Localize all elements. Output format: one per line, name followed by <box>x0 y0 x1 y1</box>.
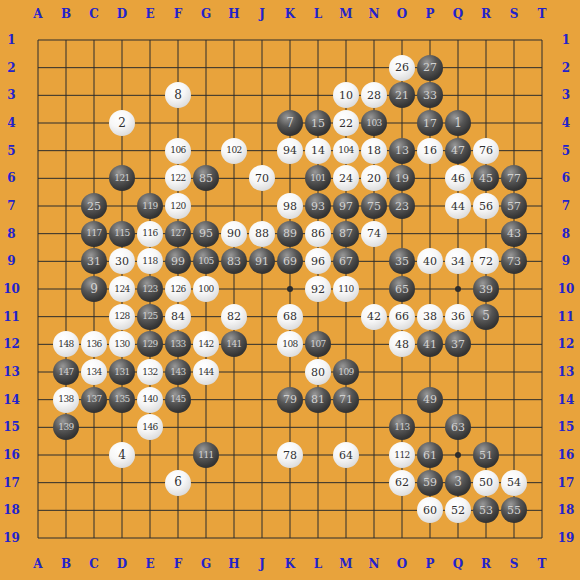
stone-black-G16[interactable]: 111 <box>193 442 219 468</box>
stone-white-R5[interactable]: 76 <box>473 138 499 164</box>
row-label-right-16: 16 <box>555 447 577 463</box>
stone-black-L7[interactable]: 93 <box>305 193 331 219</box>
stone-black-S7[interactable]: 57 <box>501 193 527 219</box>
stone-white-K5[interactable]: 94 <box>277 138 303 164</box>
stone-black-N4[interactable]: 103 <box>361 110 387 136</box>
row-label-right-13: 13 <box>555 364 577 380</box>
move-number: 41 <box>423 339 437 350</box>
move-number: 145 <box>170 394 186 405</box>
move-number: 48 <box>395 339 409 350</box>
stone-black-M8[interactable]: 87 <box>333 221 359 247</box>
move-number: 104 <box>338 145 354 156</box>
stone-black-L4[interactable]: 15 <box>305 110 331 136</box>
column-label-bottom-A: A <box>28 556 48 572</box>
move-number: 34 <box>451 256 465 267</box>
move-number: 66 <box>395 311 409 322</box>
move-number: 26 <box>395 62 409 73</box>
row-label-left-4: 4 <box>1 115 22 131</box>
move-number: 7 <box>286 118 294 129</box>
column-label-bottom-B: B <box>56 556 76 572</box>
stone-black-O7[interactable]: 23 <box>389 193 415 219</box>
stone-black-F8[interactable]: 127 <box>165 221 191 247</box>
move-number: 22 <box>339 118 353 129</box>
row-label-left-13: 13 <box>1 364 22 380</box>
move-number: 3 <box>454 477 462 488</box>
row-label-left-12: 12 <box>1 336 22 352</box>
column-label-top-L: L <box>308 6 328 22</box>
move-number: 27 <box>423 62 437 73</box>
row-label-right-6: 6 <box>555 170 577 186</box>
row-label-right-3: 3 <box>555 87 577 103</box>
stone-black-C10[interactable]: 9 <box>81 276 107 302</box>
move-number: 62 <box>395 477 409 488</box>
row-label-left-19: 19 <box>1 530 22 546</box>
move-number: 82 <box>227 311 241 322</box>
stone-white-M16[interactable]: 64 <box>333 442 359 468</box>
move-number: 134 <box>86 367 102 378</box>
column-label-bottom-T: T <box>532 556 552 572</box>
move-number: 70 <box>255 173 269 184</box>
move-number: 147 <box>58 367 74 378</box>
column-label-top-D: D <box>112 6 132 22</box>
column-label-bottom-N: N <box>364 556 384 572</box>
move-number: 136 <box>86 339 102 350</box>
row-label-left-3: 3 <box>1 87 22 103</box>
stone-white-D10[interactable]: 124 <box>109 276 135 302</box>
move-number: 142 <box>198 339 214 350</box>
stone-black-E7[interactable]: 119 <box>137 193 163 219</box>
column-label-bottom-C: C <box>84 556 104 572</box>
move-number: 68 <box>283 311 297 322</box>
stone-white-Q11[interactable]: 36 <box>445 304 471 330</box>
stone-white-J8[interactable]: 88 <box>249 221 275 247</box>
move-number: 79 <box>283 394 297 405</box>
column-label-bottom-F: F <box>168 556 188 572</box>
move-number: 111 <box>198 450 214 461</box>
column-label-bottom-S: S <box>504 556 524 572</box>
column-label-top-E: E <box>140 6 160 22</box>
row-label-right-7: 7 <box>555 198 577 214</box>
row-label-left-2: 2 <box>1 60 22 76</box>
move-number: 64 <box>339 450 353 461</box>
move-number: 78 <box>283 450 297 461</box>
column-label-top-N: N <box>364 6 384 22</box>
move-number: 144 <box>198 367 214 378</box>
move-number: 10 <box>339 90 353 101</box>
row-label-right-5: 5 <box>555 143 577 159</box>
row-label-left-16: 16 <box>1 447 22 463</box>
row-label-left-14: 14 <box>1 392 22 408</box>
stone-white-G13[interactable]: 144 <box>193 359 219 385</box>
column-label-bottom-P: P <box>420 556 440 572</box>
move-number: 80 <box>311 367 325 378</box>
move-number: 42 <box>367 311 381 322</box>
move-number: 85 <box>199 173 213 184</box>
row-label-left-9: 9 <box>1 253 22 269</box>
move-number: 61 <box>423 450 437 461</box>
move-number: 24 <box>339 173 353 184</box>
move-number: 17 <box>423 118 437 129</box>
column-label-bottom-D: D <box>112 556 132 572</box>
move-number: 5 <box>482 311 490 322</box>
move-number: 130 <box>114 339 130 350</box>
column-label-bottom-E: E <box>140 556 160 572</box>
stone-white-F11[interactable]: 84 <box>165 304 191 330</box>
move-number: 21 <box>395 90 409 101</box>
row-label-left-5: 5 <box>1 143 22 159</box>
move-number: 118 <box>142 256 158 267</box>
stone-white-K7[interactable]: 98 <box>277 193 303 219</box>
stone-black-D14[interactable]: 135 <box>109 387 135 413</box>
stone-white-G10[interactable]: 100 <box>193 276 219 302</box>
move-number: 109 <box>338 367 354 378</box>
stone-white-P5[interactable]: 16 <box>417 138 443 164</box>
move-number: 106 <box>170 145 186 156</box>
row-label-left-18: 18 <box>1 502 22 518</box>
move-number: 63 <box>451 422 465 433</box>
column-label-top-B: B <box>56 6 76 22</box>
stone-black-Q17[interactable]: 3 <box>445 470 471 496</box>
move-number: 132 <box>142 367 158 378</box>
column-label-bottom-O: O <box>392 556 412 572</box>
move-number: 55 <box>507 505 521 516</box>
move-number: 86 <box>311 228 325 239</box>
move-number: 105 <box>198 256 214 267</box>
stone-black-D13[interactable]: 131 <box>109 359 135 385</box>
stone-black-L14[interactable]: 81 <box>305 387 331 413</box>
move-number: 1 <box>454 118 462 129</box>
stone-black-P2[interactable]: 27 <box>417 55 443 81</box>
move-number: 47 <box>451 145 465 156</box>
move-number: 97 <box>339 201 353 212</box>
stone-black-O5[interactable]: 13 <box>389 138 415 164</box>
stone-white-P11[interactable]: 38 <box>417 304 443 330</box>
column-label-top-R: R <box>476 6 496 22</box>
star-point <box>455 286 461 292</box>
row-label-right-11: 11 <box>555 309 577 325</box>
column-label-bottom-M: M <box>336 556 356 572</box>
move-number: 129 <box>142 339 158 350</box>
move-number: 28 <box>367 90 381 101</box>
row-label-left-10: 10 <box>1 281 22 297</box>
move-number: 46 <box>451 173 465 184</box>
column-label-top-A: A <box>28 6 48 22</box>
move-number: 53 <box>479 505 493 516</box>
stone-white-L5[interactable]: 14 <box>305 138 331 164</box>
stone-black-K14[interactable]: 79 <box>277 387 303 413</box>
move-number: 128 <box>114 311 130 322</box>
move-number: 94 <box>283 145 297 156</box>
row-label-left-7: 7 <box>1 198 22 214</box>
move-number: 92 <box>311 284 325 295</box>
column-label-bottom-R: R <box>476 556 496 572</box>
stone-black-D8[interactable]: 115 <box>109 221 135 247</box>
move-number: 59 <box>423 477 437 488</box>
move-number: 116 <box>142 228 158 239</box>
move-number: 18 <box>367 145 381 156</box>
stone-white-K11[interactable]: 68 <box>277 304 303 330</box>
move-number: 88 <box>255 228 269 239</box>
column-label-top-O: O <box>392 6 412 22</box>
move-number: 102 <box>226 145 242 156</box>
move-number: 60 <box>423 505 437 516</box>
stone-black-R16[interactable]: 51 <box>473 442 499 468</box>
row-label-right-2: 2 <box>555 60 577 76</box>
row-label-right-15: 15 <box>555 419 577 435</box>
stone-white-H11[interactable]: 82 <box>221 304 247 330</box>
column-label-top-H: H <box>224 6 244 22</box>
move-number: 25 <box>87 201 101 212</box>
move-number: 101 <box>310 173 326 184</box>
move-number: 135 <box>114 394 130 405</box>
stone-black-F14[interactable]: 145 <box>165 387 191 413</box>
move-number: 115 <box>114 228 130 239</box>
move-number: 98 <box>283 201 297 212</box>
stone-white-N8[interactable]: 74 <box>361 221 387 247</box>
column-label-top-T: T <box>532 6 552 22</box>
row-label-right-1: 1 <box>555 32 577 48</box>
stone-black-P17[interactable]: 59 <box>417 470 443 496</box>
stone-black-C7[interactable]: 25 <box>81 193 107 219</box>
stone-black-M7[interactable]: 97 <box>333 193 359 219</box>
stone-white-M10[interactable]: 110 <box>333 276 359 302</box>
row-label-left-11: 11 <box>1 309 22 325</box>
move-number: 137 <box>86 394 102 405</box>
move-number: 95 <box>199 228 213 239</box>
stone-black-M13[interactable]: 109 <box>333 359 359 385</box>
move-number: 148 <box>58 339 74 350</box>
move-number: 75 <box>367 201 381 212</box>
move-number: 133 <box>170 339 186 350</box>
move-number: 110 <box>338 284 354 295</box>
row-label-right-14: 14 <box>555 392 577 408</box>
move-number: 107 <box>310 339 326 350</box>
move-number: 65 <box>395 284 409 295</box>
stone-black-E10[interactable]: 123 <box>137 276 163 302</box>
column-label-bottom-Q: Q <box>448 556 468 572</box>
move-number: 99 <box>171 256 185 267</box>
move-number: 91 <box>255 256 269 267</box>
move-number: 74 <box>367 228 381 239</box>
row-label-right-10: 10 <box>555 281 577 297</box>
row-label-left-6: 6 <box>1 170 22 186</box>
move-number: 38 <box>423 311 437 322</box>
move-number: 15 <box>311 118 325 129</box>
column-label-bottom-H: H <box>224 556 244 572</box>
move-number: 50 <box>479 477 493 488</box>
move-number: 122 <box>170 173 186 184</box>
move-number: 37 <box>451 339 465 350</box>
move-number: 54 <box>507 477 521 488</box>
stone-black-C14[interactable]: 137 <box>81 387 107 413</box>
stone-black-F13[interactable]: 143 <box>165 359 191 385</box>
move-number: 126 <box>170 284 186 295</box>
stone-white-F10[interactable]: 126 <box>165 276 191 302</box>
move-number: 56 <box>479 201 493 212</box>
star-point <box>287 286 293 292</box>
move-number: 131 <box>114 367 130 378</box>
stone-black-P16[interactable]: 61 <box>417 442 443 468</box>
stone-black-K4[interactable]: 7 <box>277 110 303 136</box>
stone-black-E11[interactable]: 125 <box>137 304 163 330</box>
move-number: 140 <box>142 394 158 405</box>
stone-black-Q4[interactable]: 1 <box>445 110 471 136</box>
move-number: 30 <box>115 256 129 267</box>
move-number: 89 <box>283 228 297 239</box>
stone-black-R10[interactable]: 39 <box>473 276 499 302</box>
move-number: 143 <box>170 367 186 378</box>
stone-black-O10[interactable]: 65 <box>389 276 415 302</box>
move-number: 113 <box>394 422 410 433</box>
row-label-right-9: 9 <box>555 253 577 269</box>
move-number: 69 <box>283 256 297 267</box>
stone-white-O2[interactable]: 26 <box>389 55 415 81</box>
move-number: 93 <box>311 201 325 212</box>
move-number: 71 <box>339 394 353 405</box>
move-number: 20 <box>367 173 381 184</box>
stone-white-B14[interactable]: 138 <box>53 387 79 413</box>
stone-white-F7[interactable]: 120 <box>165 193 191 219</box>
column-label-top-J: J <box>252 6 272 22</box>
move-number: 67 <box>339 256 353 267</box>
stone-white-F17[interactable]: 6 <box>165 470 191 496</box>
row-label-left-8: 8 <box>1 226 22 242</box>
move-number: 44 <box>451 201 465 212</box>
stone-white-E13[interactable]: 132 <box>137 359 163 385</box>
column-label-top-Q: Q <box>448 6 468 22</box>
move-number: 9 <box>90 284 98 295</box>
move-number: 103 <box>366 118 382 129</box>
stone-white-H8[interactable]: 90 <box>221 221 247 247</box>
move-number: 90 <box>227 228 241 239</box>
move-number: 13 <box>395 145 409 156</box>
move-number: 146 <box>142 422 158 433</box>
stone-black-P4[interactable]: 17 <box>417 110 443 136</box>
move-number: 73 <box>507 256 521 267</box>
row-label-left-15: 15 <box>1 419 22 435</box>
move-number: 81 <box>311 394 325 405</box>
stone-white-O16[interactable]: 112 <box>389 442 415 468</box>
move-number: 19 <box>395 173 409 184</box>
stone-white-F5[interactable]: 106 <box>165 138 191 164</box>
column-label-top-F: F <box>168 6 188 22</box>
stone-white-Q7[interactable]: 44 <box>445 193 471 219</box>
move-number: 112 <box>394 450 410 461</box>
move-number: 33 <box>423 90 437 101</box>
stone-white-D16[interactable]: 4 <box>109 442 135 468</box>
move-number: 124 <box>114 284 130 295</box>
stone-white-O11[interactable]: 66 <box>389 304 415 330</box>
stone-black-S8[interactable]: 43 <box>501 221 527 247</box>
stone-black-G8[interactable]: 95 <box>193 221 219 247</box>
stone-black-R11[interactable]: 5 <box>473 304 499 330</box>
move-number: 141 <box>226 339 242 350</box>
column-label-bottom-J: J <box>252 556 272 572</box>
move-number: 40 <box>423 256 437 267</box>
move-number: 100 <box>198 284 214 295</box>
stone-white-D11[interactable]: 128 <box>109 304 135 330</box>
stone-white-M5[interactable]: 104 <box>333 138 359 164</box>
move-number: 57 <box>507 201 521 212</box>
row-label-right-12: 12 <box>555 336 577 352</box>
move-number: 8 <box>174 90 182 101</box>
move-number: 43 <box>507 228 521 239</box>
stone-black-C8[interactable]: 117 <box>81 221 107 247</box>
stone-white-D4[interactable]: 2 <box>109 110 135 136</box>
move-number: 31 <box>87 256 101 267</box>
move-number: 123 <box>142 284 158 295</box>
move-number: 119 <box>142 201 158 212</box>
go-kifu-diagram: ABCDEFGHJKLMNOPQRST ABCDEFGHJKLMNOPQRST … <box>0 0 580 580</box>
column-label-top-K: K <box>280 6 300 22</box>
move-number: 83 <box>227 256 241 267</box>
star-point <box>455 452 461 458</box>
column-label-top-S: S <box>504 6 524 22</box>
stone-white-L13[interactable]: 80 <box>305 359 331 385</box>
move-number: 77 <box>507 173 521 184</box>
stone-black-P14[interactable]: 49 <box>417 387 443 413</box>
move-number: 108 <box>282 339 298 350</box>
stone-white-N5[interactable]: 18 <box>361 138 387 164</box>
stone-white-O17[interactable]: 62 <box>389 470 415 496</box>
move-number: 96 <box>311 256 325 267</box>
stone-white-R7[interactable]: 56 <box>473 193 499 219</box>
stone-black-Q5[interactable]: 47 <box>445 138 471 164</box>
stone-black-N7[interactable]: 75 <box>361 193 387 219</box>
move-number: 6 <box>174 477 182 488</box>
row-label-left-17: 17 <box>1 475 22 491</box>
stone-white-L10[interactable]: 92 <box>305 276 331 302</box>
stone-white-C13[interactable]: 134 <box>81 359 107 385</box>
move-number: 36 <box>451 311 465 322</box>
stone-black-K8[interactable]: 89 <box>277 221 303 247</box>
column-label-top-C: C <box>84 6 104 22</box>
column-label-top-M: M <box>336 6 356 22</box>
row-label-right-18: 18 <box>555 502 577 518</box>
stone-white-R17[interactable]: 50 <box>473 470 499 496</box>
move-number: 23 <box>395 201 409 212</box>
column-label-top-P: P <box>420 6 440 22</box>
move-number: 120 <box>170 201 186 212</box>
row-label-left-1: 1 <box>1 32 22 48</box>
stone-white-H5[interactable]: 102 <box>221 138 247 164</box>
stone-white-E8[interactable]: 116 <box>137 221 163 247</box>
stone-white-K16[interactable]: 78 <box>277 442 303 468</box>
move-number: 139 <box>58 422 74 433</box>
move-number: 121 <box>114 173 130 184</box>
move-number: 84 <box>171 311 185 322</box>
row-label-right-4: 4 <box>555 115 577 131</box>
row-label-right-19: 19 <box>555 530 577 546</box>
move-number: 51 <box>479 450 493 461</box>
move-number: 52 <box>451 505 465 516</box>
column-label-bottom-L: L <box>308 556 328 572</box>
stone-white-S17[interactable]: 54 <box>501 470 527 496</box>
stone-white-E14[interactable]: 140 <box>137 387 163 413</box>
stone-black-B13[interactable]: 147 <box>53 359 79 385</box>
column-label-bottom-G: G <box>196 556 216 572</box>
move-number: 16 <box>423 145 437 156</box>
move-number: 87 <box>339 228 353 239</box>
row-label-right-17: 17 <box>555 475 577 491</box>
stone-black-M14[interactable]: 71 <box>333 387 359 413</box>
stone-white-N11[interactable]: 42 <box>361 304 387 330</box>
move-number: 35 <box>395 256 409 267</box>
stone-white-M4[interactable]: 22 <box>333 110 359 136</box>
row-label-right-8: 8 <box>555 226 577 242</box>
stone-white-L8[interactable]: 86 <box>305 221 331 247</box>
move-number: 127 <box>170 228 186 239</box>
